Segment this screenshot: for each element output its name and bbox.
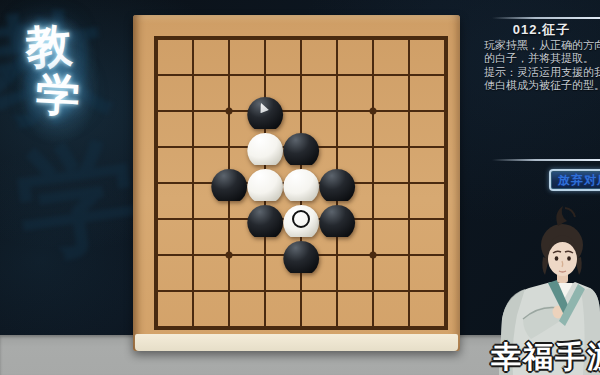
- star-point: [370, 108, 377, 115]
- lesson-description-line: 的白子，并将其提取。: [484, 52, 600, 65]
- black-stone-c5r7: ●: [283, 237, 319, 273]
- stone-glyph: ●: [245, 201, 286, 237]
- go-board[interactable]: ●●●●●●●●●●●: [133, 15, 460, 351]
- star-point: [226, 108, 233, 115]
- black-stone-c3r5: ●: [211, 165, 247, 201]
- lesson-panel: 012.征子 玩家持黑，从正确的方向要提标 的白子，并将其提取。 提示：灵活运用…: [483, 0, 600, 200]
- last-move-marker: [292, 210, 310, 228]
- stone-glyph: ●: [209, 165, 250, 201]
- lesson-title: 012.征子: [483, 21, 600, 39]
- site-watermark: 幸福手游网: [491, 337, 600, 375]
- resign-game-button[interactable]: 放弃对局: [549, 169, 600, 191]
- stone-glyph: ●: [317, 201, 358, 237]
- panel-divider-top: [492, 17, 600, 19]
- star-point: [370, 252, 377, 259]
- lesson-hint-line: 提示：灵活运用支援的我方黑子: [484, 66, 600, 79]
- black-stone-c4r6: ●: [247, 201, 283, 237]
- panel-divider-bottom: [492, 159, 600, 161]
- stone-glyph: ●: [281, 237, 322, 273]
- black-stone-c6r6: ●: [319, 201, 355, 237]
- stone-layer[interactable]: ●●●●●●●●●●●: [157, 39, 445, 327]
- star-point: [226, 252, 233, 259]
- lesson-description-line: 玩家持黑，从正确的方向要提标: [484, 39, 600, 52]
- board-front-edge: [135, 334, 458, 351]
- lesson-hint-line: 使白棋成为被征子的型。: [484, 79, 600, 92]
